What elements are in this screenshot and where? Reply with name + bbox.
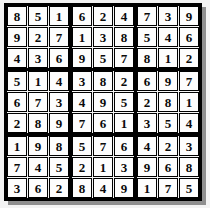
box-3-3: 423968175 — [137, 136, 199, 198]
cell-r4c3[interactable]: 4 — [49, 71, 69, 91]
cell-r6c7[interactable]: 3 — [137, 113, 157, 133]
page: { "game": { "name": "sudoku", "state": "… — [0, 0, 210, 208]
cell-r2c6[interactable]: 8 — [114, 27, 134, 47]
cell-r5c7[interactable]: 2 — [137, 92, 157, 112]
cell-r8c4[interactable]: 2 — [72, 157, 92, 177]
cell-r8c1[interactable]: 7 — [7, 157, 27, 177]
cell-r3c4[interactable]: 9 — [72, 48, 92, 68]
box-2-3: 697281354 — [137, 71, 199, 133]
cell-r8c6[interactable]: 3 — [114, 157, 134, 177]
cell-r5c6[interactable]: 5 — [114, 92, 134, 112]
box-3-1: 198745362 — [7, 136, 69, 198]
cell-r7c9[interactable]: 3 — [179, 136, 199, 156]
cell-r1c8[interactable]: 3 — [158, 6, 178, 26]
cell-r5c1[interactable]: 6 — [7, 92, 27, 112]
cell-r3c8[interactable]: 1 — [158, 48, 178, 68]
cell-r3c9[interactable]: 2 — [179, 48, 199, 68]
cell-r8c5[interactable]: 1 — [93, 157, 113, 177]
cell-r2c9[interactable]: 6 — [179, 27, 199, 47]
cell-r3c6[interactable]: 7 — [114, 48, 134, 68]
cell-r1c6[interactable]: 4 — [114, 6, 134, 26]
cell-r5c9[interactable]: 1 — [179, 92, 199, 112]
cell-r1c5[interactable]: 2 — [93, 6, 113, 26]
cell-r5c2[interactable]: 7 — [28, 92, 48, 112]
cell-r6c6[interactable]: 1 — [114, 113, 134, 133]
cell-r6c4[interactable]: 7 — [72, 113, 92, 133]
cell-r7c2[interactable]: 9 — [28, 136, 48, 156]
cell-r7c1[interactable]: 1 — [7, 136, 27, 156]
cell-r8c7[interactable]: 9 — [137, 157, 157, 177]
cell-r8c9[interactable]: 8 — [179, 157, 199, 177]
cell-r8c3[interactable]: 5 — [49, 157, 69, 177]
cell-r6c5[interactable]: 6 — [93, 113, 113, 133]
cell-r7c5[interactable]: 7 — [93, 136, 113, 156]
cell-r9c3[interactable]: 2 — [49, 178, 69, 198]
cell-r2c3[interactable]: 7 — [49, 27, 69, 47]
cell-r6c2[interactable]: 8 — [28, 113, 48, 133]
cell-r3c1[interactable]: 4 — [7, 48, 27, 68]
cell-r6c8[interactable]: 5 — [158, 113, 178, 133]
cell-r4c4[interactable]: 3 — [72, 71, 92, 91]
cell-r5c8[interactable]: 8 — [158, 92, 178, 112]
cell-r2c7[interactable]: 5 — [137, 27, 157, 47]
cell-r6c9[interactable]: 4 — [179, 113, 199, 133]
cell-r1c7[interactable]: 7 — [137, 6, 157, 26]
cell-r4c6[interactable]: 2 — [114, 71, 134, 91]
cell-r2c4[interactable]: 1 — [72, 27, 92, 47]
cell-r4c5[interactable]: 8 — [93, 71, 113, 91]
cell-r8c8[interactable]: 6 — [158, 157, 178, 177]
cell-r5c5[interactable]: 9 — [93, 92, 113, 112]
box-1-3: 739546812 — [137, 6, 199, 68]
cell-r2c1[interactable]: 9 — [7, 27, 27, 47]
cell-r3c2[interactable]: 3 — [28, 48, 48, 68]
cell-r7c7[interactable]: 4 — [137, 136, 157, 156]
cell-r1c9[interactable]: 9 — [179, 6, 199, 26]
cell-r7c8[interactable]: 2 — [158, 136, 178, 156]
cell-r8c2[interactable]: 4 — [28, 157, 48, 177]
cell-r1c2[interactable]: 5 — [28, 6, 48, 26]
box-3-2: 576213849 — [72, 136, 134, 198]
sudoku-board: 8519274366241389577395468125146732893824… — [4, 3, 202, 201]
cell-r1c4[interactable]: 6 — [72, 6, 92, 26]
cell-r4c9[interactable]: 7 — [179, 71, 199, 91]
box-2-2: 382495761 — [72, 71, 134, 133]
cell-r1c3[interactable]: 1 — [49, 6, 69, 26]
box-2-1: 514673289 — [7, 71, 69, 133]
cell-r5c4[interactable]: 4 — [72, 92, 92, 112]
cell-r3c3[interactable]: 6 — [49, 48, 69, 68]
cell-r9c2[interactable]: 6 — [28, 178, 48, 198]
cell-r7c6[interactable]: 6 — [114, 136, 134, 156]
cell-r2c2[interactable]: 2 — [28, 27, 48, 47]
cell-r3c5[interactable]: 5 — [93, 48, 113, 68]
cell-r4c8[interactable]: 9 — [158, 71, 178, 91]
cell-r6c3[interactable]: 9 — [49, 113, 69, 133]
box-1-1: 851927436 — [7, 6, 69, 68]
cell-r1c1[interactable]: 8 — [7, 6, 27, 26]
cell-r9c7[interactable]: 1 — [137, 178, 157, 198]
cell-r9c4[interactable]: 8 — [72, 178, 92, 198]
cell-r2c5[interactable]: 3 — [93, 27, 113, 47]
cell-r5c3[interactable]: 3 — [49, 92, 69, 112]
cell-r9c5[interactable]: 4 — [93, 178, 113, 198]
cell-r9c1[interactable]: 3 — [7, 178, 27, 198]
cell-r9c6[interactable]: 9 — [114, 178, 134, 198]
cell-r4c2[interactable]: 1 — [28, 71, 48, 91]
cell-r7c4[interactable]: 5 — [72, 136, 92, 156]
cell-r4c1[interactable]: 5 — [7, 71, 27, 91]
cell-r9c9[interactable]: 5 — [179, 178, 199, 198]
cell-r2c8[interactable]: 4 — [158, 27, 178, 47]
cell-r6c1[interactable]: 2 — [7, 113, 27, 133]
cell-r7c3[interactable]: 8 — [49, 136, 69, 156]
cell-r4c7[interactable]: 6 — [137, 71, 157, 91]
box-1-2: 624138957 — [72, 6, 134, 68]
cell-r9c8[interactable]: 7 — [158, 178, 178, 198]
cell-r3c7[interactable]: 8 — [137, 48, 157, 68]
